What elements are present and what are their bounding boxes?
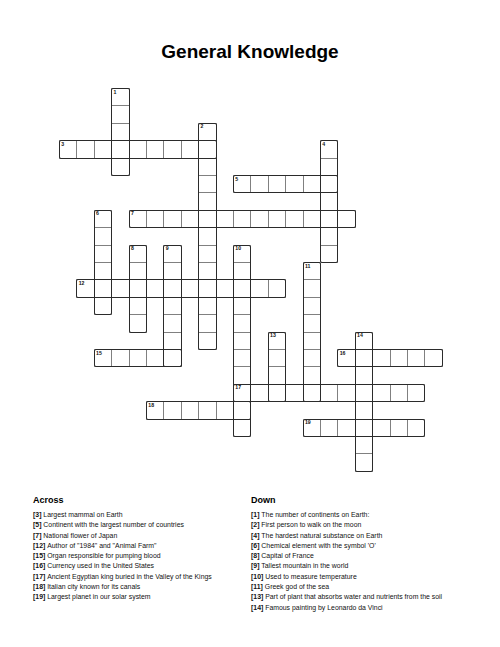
cell-number: 18: [148, 403, 154, 408]
cell-number: 19: [305, 420, 311, 425]
cell-number: 17: [235, 385, 241, 390]
puzzle-title: General Knowledge: [0, 41, 500, 63]
grid-cell[interactable]: [94, 297, 112, 315]
grid-cell[interactable]: [198, 192, 216, 210]
grid-cell[interactable]: [303, 366, 321, 384]
grid-cell[interactable]: [181, 210, 199, 228]
grid-cell[interactable]: [129, 262, 147, 280]
grid-cell[interactable]: [181, 279, 199, 297]
grid-cell[interactable]: [198, 262, 216, 280]
grid-cell[interactable]: 17: [233, 384, 251, 402]
grid-cell[interactable]: [268, 366, 286, 384]
grid-cell[interactable]: [94, 279, 112, 297]
grid-cell[interactable]: [111, 279, 129, 297]
grid-cell[interactable]: [94, 227, 112, 245]
grid-cell[interactable]: [198, 158, 216, 176]
down-header: Down: [251, 495, 458, 505]
grid-cell[interactable]: 13: [268, 332, 286, 350]
grid-cell[interactable]: [250, 210, 268, 228]
grid-cell[interactable]: [198, 401, 216, 419]
grid-cell[interactable]: [216, 401, 234, 419]
grid-cell[interactable]: [233, 262, 251, 280]
grid-cell[interactable]: 3: [59, 140, 77, 158]
clue-down-10: [10] Used to measure temperature: [251, 572, 458, 582]
grid-cell[interactable]: [268, 349, 286, 367]
down-list: [1] The number of continents on Earth:[2…: [251, 510, 458, 613]
grid-cell[interactable]: [111, 349, 129, 367]
cell-number: 3: [61, 142, 64, 147]
across-list: [3] Largest mammal on Earth[5] Continent…: [33, 510, 249, 603]
clue-across-3: [3] Largest mammal on Earth: [33, 510, 249, 520]
grid-cell[interactable]: [250, 175, 268, 193]
grid-cell[interactable]: [320, 158, 338, 176]
grid-cell[interactable]: 4: [320, 140, 338, 158]
grid-cell[interactable]: [198, 297, 216, 315]
cell-number: 11: [305, 264, 310, 269]
grid-cell[interactable]: [424, 349, 442, 367]
grid-cell[interactable]: 1: [111, 88, 129, 106]
grid-cell[interactable]: [372, 419, 390, 437]
grid-cell[interactable]: 7: [129, 210, 147, 228]
clue-across-18: [18] Italian city known for its canals: [33, 582, 249, 592]
grid-cell[interactable]: [337, 210, 355, 228]
grid-cell[interactable]: 12: [76, 279, 94, 297]
grid-cell[interactable]: 2: [198, 123, 216, 141]
cell-number: 2: [200, 124, 203, 129]
grid-cell[interactable]: [111, 123, 129, 141]
cell-number: 14: [357, 333, 363, 338]
across-clues: Across [3] Largest mammal on Earth[5] Co…: [33, 495, 249, 603]
grid-cell[interactable]: [285, 175, 303, 193]
grid-cell[interactable]: [163, 332, 181, 350]
grid-cell[interactable]: [163, 262, 181, 280]
grid-cell[interactable]: [163, 349, 181, 367]
cell-number: 16: [340, 351, 346, 356]
grid-cell[interactable]: [111, 105, 129, 123]
grid-cell[interactable]: [94, 140, 112, 158]
grid-cell[interactable]: [198, 314, 216, 332]
clue-across-16: [16] Currency used in the United States: [33, 561, 249, 571]
cell-number: 9: [166, 246, 169, 251]
grid-cell[interactable]: 6: [94, 210, 112, 228]
cell-number: 5: [235, 177, 238, 182]
grid-cell[interactable]: 14: [355, 332, 373, 350]
grid-cell[interactable]: [355, 453, 373, 471]
grid-cell[interactable]: [268, 210, 286, 228]
grid-cell[interactable]: [146, 349, 164, 367]
clue-down-11: [11] Greek god of the sea: [251, 582, 458, 592]
grid-cell[interactable]: [198, 210, 216, 228]
cell-number: 12: [79, 281, 85, 286]
grid-cell[interactable]: [303, 175, 321, 193]
grid-cell[interactable]: [355, 436, 373, 454]
grid-cell[interactable]: [129, 279, 147, 297]
grid-cell[interactable]: [390, 419, 408, 437]
grid-cell[interactable]: [303, 297, 321, 315]
grid-cell[interactable]: [233, 332, 251, 350]
grid-cell[interactable]: [146, 210, 164, 228]
grid-cell[interactable]: [303, 314, 321, 332]
grid-cell[interactable]: [181, 140, 199, 158]
grid-cell[interactable]: [94, 245, 112, 263]
cell-number: 6: [96, 211, 99, 216]
crossword-page: General Knowledge 3571215161718191246891…: [0, 0, 500, 647]
cell-number: 1: [113, 90, 116, 95]
cell-number: 15: [96, 351, 102, 356]
grid-cell[interactable]: [268, 279, 286, 297]
grid-cell[interactable]: [320, 384, 338, 402]
grid-cell[interactable]: 5: [233, 175, 251, 193]
grid-cell[interactable]: [390, 349, 408, 367]
grid-cell[interactable]: [216, 279, 234, 297]
clue-across-12: [12] Author of "1984" and "Animal Farm": [33, 541, 249, 551]
grid-cell[interactable]: [303, 210, 321, 228]
grid-cell[interactable]: [198, 175, 216, 193]
grid-cell[interactable]: 15: [94, 349, 112, 367]
grid-cell[interactable]: [146, 279, 164, 297]
grid-cell[interactable]: [355, 349, 373, 367]
clue-down-2: [2] First person to walk on the moon: [251, 520, 458, 530]
across-header: Across: [33, 495, 249, 505]
grid-cell[interactable]: [111, 140, 129, 158]
grid-cell[interactable]: [355, 401, 373, 419]
grid-cell[interactable]: [407, 419, 425, 437]
grid-cell[interactable]: [233, 419, 251, 437]
clue-down-1: [1] The number of continents on Earth:: [251, 510, 458, 520]
clue-down-6: [6] Chemical element with the symbol 'O': [251, 541, 458, 551]
grid-cell[interactable]: [129, 314, 147, 332]
grid-cell[interactable]: [355, 366, 373, 384]
grid-cell[interactable]: [233, 349, 251, 367]
grid-cell[interactable]: 18: [146, 401, 164, 419]
grid-cell[interactable]: [111, 158, 129, 176]
grid-cell[interactable]: [163, 314, 181, 332]
grid-cell[interactable]: [390, 384, 408, 402]
grid-cell[interactable]: [129, 140, 147, 158]
grid-cell[interactable]: [372, 349, 390, 367]
grid-cell[interactable]: [146, 140, 164, 158]
grid-cell[interactable]: [76, 140, 94, 158]
grid-cell[interactable]: [163, 297, 181, 315]
cell-number: 10: [235, 246, 241, 251]
clue-down-8: [8] Capital of France: [251, 551, 458, 561]
clue-across-15: [15] Organ responsible for pumping blood: [33, 551, 249, 561]
grid-cell[interactable]: [129, 297, 147, 315]
grid-cell[interactable]: [233, 314, 251, 332]
grid-cell[interactable]: [233, 366, 251, 384]
crossword-grid: 35712151617181912468910111314: [59, 88, 444, 473]
grid-cell[interactable]: [233, 210, 251, 228]
grid-cell[interactable]: [337, 419, 355, 437]
grid-cell[interactable]: [285, 384, 303, 402]
grid-cell[interactable]: [320, 227, 338, 245]
grid-cell[interactable]: 16: [337, 349, 355, 367]
grid-cell[interactable]: 9: [163, 245, 181, 263]
clue-down-14: [14] Famous painting by Leonardo da Vinc…: [251, 603, 458, 613]
grid-cell[interactable]: [303, 384, 321, 402]
grid-cell[interactable]: 10: [233, 245, 251, 263]
clue-across-19: [19] Largest planet in our solar system: [33, 592, 249, 602]
down-clues: Down [1] The number of continents on Ear…: [251, 495, 458, 613]
grid-cell[interactable]: [198, 279, 216, 297]
clue-down-13: [13] Part of plant that absorbs water an…: [251, 592, 458, 602]
grid-cell[interactable]: [355, 419, 373, 437]
grid-cell[interactable]: [372, 384, 390, 402]
grid-cell[interactable]: [320, 175, 338, 193]
grid-cell[interactable]: [198, 227, 216, 245]
grid-cell[interactable]: [163, 210, 181, 228]
grid-cell[interactable]: [320, 245, 338, 263]
grid-cell[interactable]: [94, 262, 112, 280]
grid-cell[interactable]: [303, 332, 321, 350]
cell-number: 8: [131, 246, 134, 251]
grid-cell[interactable]: [355, 384, 373, 402]
grid-cell[interactable]: [198, 332, 216, 350]
grid-cell[interactable]: [320, 210, 338, 228]
clue-across-5: [5] Continent with the largest number of…: [33, 520, 249, 530]
grid-cell[interactable]: [250, 384, 268, 402]
grid-cell[interactable]: [198, 140, 216, 158]
clue-across-17: [17] Ancient Egyptian king buried in the…: [33, 572, 249, 582]
grid-cell[interactable]: [407, 384, 425, 402]
cell-number: 13: [270, 333, 276, 338]
grid-cell[interactable]: [320, 192, 338, 210]
grid-cell[interactable]: 11: [303, 262, 321, 280]
grid-cell[interactable]: [233, 279, 251, 297]
grid-cell[interactable]: [181, 401, 199, 419]
grid-cell[interactable]: [250, 279, 268, 297]
cell-number: 7: [131, 211, 134, 216]
grid-cell[interactable]: [233, 297, 251, 315]
grid-cell[interactable]: [320, 419, 338, 437]
grid-cell[interactable]: 19: [303, 419, 321, 437]
grid-cell[interactable]: [163, 279, 181, 297]
grid-cell[interactable]: [268, 175, 286, 193]
clue-down-9: [9] Tallest mountain in the world: [251, 561, 458, 571]
grid-cell[interactable]: [163, 140, 181, 158]
grid-cell[interactable]: [303, 279, 321, 297]
clue-down-4: [4] The hardest natural substance on Ear…: [251, 531, 458, 541]
grid-cell[interactable]: [285, 210, 303, 228]
grid-cell[interactable]: [268, 384, 286, 402]
grid-cell[interactable]: [216, 210, 234, 228]
grid-cell[interactable]: 8: [129, 245, 147, 263]
grid-cell[interactable]: [198, 245, 216, 263]
grid-cell[interactable]: [163, 401, 181, 419]
grid-cell[interactable]: [129, 349, 147, 367]
clue-across-7: [7] National flower of Japan: [33, 531, 249, 541]
grid-cell[interactable]: [303, 349, 321, 367]
cell-number: 4: [322, 142, 325, 147]
grid-cell[interactable]: [407, 349, 425, 367]
grid-cell[interactable]: [233, 401, 251, 419]
grid-cell[interactable]: [337, 384, 355, 402]
